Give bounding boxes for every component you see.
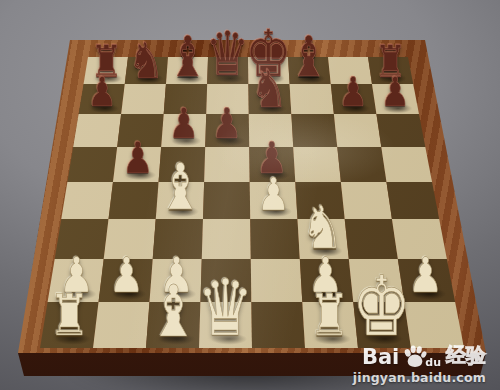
watermark-url: jingyan.baidu.com	[353, 370, 486, 385]
piece-black-knight-e7[interactable]: ♞	[245, 63, 295, 114]
piece-black-pawn-c6[interactable]: ♟	[164, 103, 205, 145]
baidu-logo: Bai du 经验	[353, 342, 486, 369]
piece-white-king-g1[interactable]: ♚	[342, 266, 422, 349]
baidu-logo-text-jingyan-cn: 经验	[446, 342, 486, 369]
pieces-layer: ♜♞♝♛♚♝♜♟♞♟♟♟♟♟♟♝♟♞♟♟♟♟♟♜♝♛♜♚	[0, 0, 500, 390]
baidu-watermark: Bai du 经验 jingyan.baidu.com	[353, 342, 486, 385]
piece-white-rook-a1[interactable]: ♜	[42, 288, 97, 345]
chessboard-scene: ♜♞♝♛♚♝♜♟♞♟♟♟♟♟♟♝♟♞♟♟♟♟♟♜♝♛♜♚ Bai du 经验 j…	[0, 0, 500, 390]
piece-black-pawn-g7[interactable]: ♟	[334, 72, 373, 113]
piece-black-pawn-a7[interactable]: ♟	[82, 72, 121, 113]
piece-black-pawn-h7[interactable]: ♟	[375, 72, 414, 113]
piece-black-pawn-d6[interactable]: ♟	[207, 103, 248, 145]
piece-white-queen-d1[interactable]: ♛	[188, 270, 263, 348]
baidu-logo-text-bai: Bai	[362, 345, 399, 369]
piece-white-pawn-e4[interactable]: ♟	[251, 172, 295, 217]
piece-white-bishop-c4[interactable]: ♝	[150, 155, 212, 219]
baidu-logo-text-du: du	[425, 356, 441, 369]
